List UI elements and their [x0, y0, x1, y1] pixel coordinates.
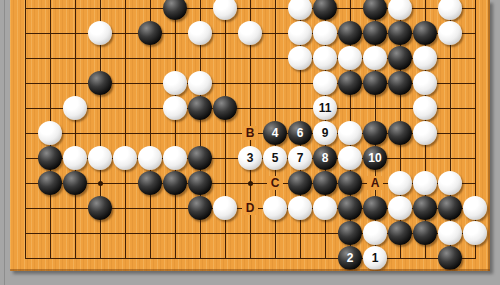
grid-line-vertical	[75, 0, 76, 259]
black-stone[interactable]	[438, 246, 462, 270]
white-stone[interactable]	[238, 21, 262, 45]
white-stone[interactable]	[288, 21, 312, 45]
white-stone[interactable]	[313, 21, 337, 45]
white-stone[interactable]	[263, 196, 287, 220]
white-stone[interactable]	[413, 71, 437, 95]
grid-line-horizontal	[25, 258, 476, 259]
black-stone[interactable]	[388, 71, 412, 95]
black-stone[interactable]	[38, 171, 62, 195]
white-stone[interactable]	[463, 196, 487, 220]
black-stone[interactable]	[188, 171, 212, 195]
black-stone[interactable]	[213, 96, 237, 120]
white-stone[interactable]	[188, 71, 212, 95]
point-label-D[interactable]: D	[242, 201, 258, 215]
point-label-C[interactable]: C	[267, 176, 283, 190]
black-stone[interactable]	[363, 71, 387, 95]
white-stone[interactable]: 1	[363, 246, 387, 270]
black-stone[interactable]	[413, 196, 437, 220]
black-stone[interactable]	[338, 221, 362, 245]
grid-line-vertical	[125, 0, 126, 259]
black-stone[interactable]	[363, 0, 387, 20]
black-stone[interactable]	[388, 46, 412, 70]
black-stone[interactable]	[138, 171, 162, 195]
black-stone[interactable]	[138, 21, 162, 45]
black-stone[interactable]	[163, 0, 187, 20]
black-stone[interactable]	[313, 0, 337, 20]
black-stone[interactable]	[38, 146, 62, 170]
white-stone[interactable]	[288, 0, 312, 20]
white-stone[interactable]	[88, 21, 112, 45]
grid-line-vertical	[175, 0, 176, 259]
white-stone[interactable]	[313, 46, 337, 70]
black-stone[interactable]	[363, 121, 387, 145]
grid-line-horizontal	[25, 108, 476, 109]
white-stone[interactable]	[388, 0, 412, 20]
black-stone[interactable]	[388, 21, 412, 45]
move-number: 8	[322, 152, 329, 164]
black-stone[interactable]	[188, 196, 212, 220]
black-stone[interactable]: 4	[263, 121, 287, 145]
point-label-A[interactable]: A	[367, 176, 383, 190]
black-stone[interactable]	[388, 121, 412, 145]
white-stone[interactable]	[188, 21, 212, 45]
go-board[interactable]: 1146935781021 ABCD	[10, 0, 490, 271]
grid-line-vertical	[25, 0, 26, 259]
black-stone[interactable]	[338, 21, 362, 45]
black-stone[interactable]: 10	[363, 146, 387, 170]
move-number: 10	[368, 152, 381, 164]
go-applet-window: 1146935781021 ABCD	[0, 0, 500, 285]
black-stone[interactable]: 8	[313, 146, 337, 170]
white-stone[interactable]	[463, 221, 487, 245]
black-stone[interactable]	[363, 196, 387, 220]
black-stone[interactable]	[313, 171, 337, 195]
white-stone[interactable]	[38, 121, 62, 145]
white-stone[interactable]	[163, 96, 187, 120]
black-stone[interactable]	[63, 171, 87, 195]
white-stone[interactable]	[63, 96, 87, 120]
point-label-B[interactable]: B	[242, 126, 258, 140]
black-stone[interactable]	[163, 171, 187, 195]
white-stone[interactable]: 5	[263, 146, 287, 170]
black-stone[interactable]	[188, 146, 212, 170]
white-stone[interactable]	[213, 196, 237, 220]
white-stone[interactable]	[388, 171, 412, 195]
white-stone[interactable]	[363, 46, 387, 70]
move-number: 6	[297, 127, 304, 139]
move-number: 2	[347, 252, 354, 264]
black-stone[interactable]	[338, 196, 362, 220]
white-stone[interactable]	[63, 146, 87, 170]
black-stone[interactable]	[363, 21, 387, 45]
black-stone[interactable]	[413, 221, 437, 245]
black-stone[interactable]	[413, 21, 437, 45]
black-stone[interactable]	[438, 196, 462, 220]
move-number: 5	[272, 152, 279, 164]
black-stone[interactable]: 6	[288, 121, 312, 145]
white-stone[interactable]: 7	[288, 146, 312, 170]
black-stone[interactable]	[88, 71, 112, 95]
white-stone[interactable]	[413, 171, 437, 195]
white-stone[interactable]	[363, 221, 387, 245]
white-stone[interactable]	[163, 146, 187, 170]
white-stone[interactable]	[338, 46, 362, 70]
frame-groove	[4, 0, 5, 285]
white-stone[interactable]	[113, 146, 137, 170]
white-stone[interactable]	[438, 21, 462, 45]
white-stone[interactable]	[438, 0, 462, 20]
black-stone[interactable]	[388, 221, 412, 245]
white-stone[interactable]	[388, 196, 412, 220]
black-stone[interactable]	[338, 71, 362, 95]
black-stone[interactable]	[338, 171, 362, 195]
grid-line-vertical	[225, 0, 226, 259]
star-point	[98, 181, 103, 186]
white-stone[interactable]	[313, 71, 337, 95]
star-point	[248, 181, 253, 186]
move-number: 1	[372, 252, 379, 264]
move-number: 4	[272, 127, 279, 139]
black-stone[interactable]	[188, 96, 212, 120]
white-stone[interactable]	[213, 0, 237, 20]
white-stone[interactable]: 3	[238, 146, 262, 170]
white-stone[interactable]	[288, 196, 312, 220]
white-stone[interactable]	[413, 121, 437, 145]
white-stone[interactable]: 11	[313, 96, 337, 120]
white-stone[interactable]	[88, 146, 112, 170]
white-stone[interactable]	[313, 196, 337, 220]
white-stone[interactable]: 9	[313, 121, 337, 145]
move-number: 7	[297, 152, 304, 164]
white-stone[interactable]	[138, 146, 162, 170]
white-stone[interactable]	[413, 96, 437, 120]
move-number: 9	[322, 127, 329, 139]
white-stone[interactable]	[413, 46, 437, 70]
white-stone[interactable]	[338, 146, 362, 170]
move-number: 11	[319, 102, 332, 114]
white-stone[interactable]	[438, 171, 462, 195]
white-stone[interactable]	[288, 46, 312, 70]
black-stone[interactable]	[288, 171, 312, 195]
black-stone[interactable]: 2	[338, 246, 362, 270]
white-stone[interactable]	[338, 121, 362, 145]
black-stone[interactable]	[88, 196, 112, 220]
move-number: 3	[247, 152, 254, 164]
white-stone[interactable]	[438, 221, 462, 245]
white-stone[interactable]	[163, 71, 187, 95]
